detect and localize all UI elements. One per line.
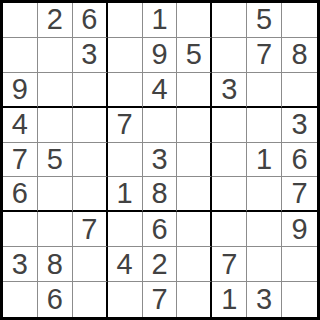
cell-r1c6[interactable] — [177, 3, 212, 38]
cell-r9c3[interactable] — [73, 282, 108, 317]
cell-r6c8[interactable] — [247, 177, 282, 212]
cell-r9c1[interactable] — [3, 282, 38, 317]
cell-r9c9[interactable] — [282, 282, 317, 317]
cell-r5c6[interactable] — [177, 143, 212, 178]
cell-r6c2[interactable] — [38, 177, 73, 212]
cell-r4c9[interactable]: 3 — [282, 108, 317, 143]
cell-r4c3[interactable] — [73, 108, 108, 143]
cell-r2c7[interactable] — [212, 38, 247, 73]
cell-r7c8[interactable] — [247, 212, 282, 247]
cell-r3c3[interactable] — [73, 73, 108, 108]
cell-r9c4[interactable] — [108, 282, 143, 317]
cell-r3c7[interactable]: 3 — [212, 73, 247, 108]
cell-r9c8[interactable]: 3 — [247, 282, 282, 317]
cell-r7c5[interactable]: 6 — [143, 212, 178, 247]
cell-r6c4[interactable]: 1 — [108, 177, 143, 212]
cell-r5c8[interactable]: 1 — [247, 143, 282, 178]
sudoku-board: 261539578943473753166187769384276713 — [0, 0, 320, 320]
cell-r4c7[interactable] — [212, 108, 247, 143]
cell-r1c4[interactable] — [108, 3, 143, 38]
cell-r8c5[interactable]: 2 — [143, 247, 178, 282]
cell-r5c4[interactable] — [108, 143, 143, 178]
cell-r7c7[interactable] — [212, 212, 247, 247]
cell-r7c3[interactable]: 7 — [73, 212, 108, 247]
cell-r9c6[interactable] — [177, 282, 212, 317]
cell-r1c2[interactable]: 2 — [38, 3, 73, 38]
cell-r3c4[interactable] — [108, 73, 143, 108]
cell-r7c9[interactable]: 9 — [282, 212, 317, 247]
cell-r3c6[interactable] — [177, 73, 212, 108]
cell-r8c9[interactable] — [282, 247, 317, 282]
cell-r1c1[interactable] — [3, 3, 38, 38]
cell-r2c9[interactable]: 8 — [282, 38, 317, 73]
cell-r6c1[interactable]: 6 — [3, 177, 38, 212]
cell-r9c2[interactable]: 6 — [38, 282, 73, 317]
cell-r4c4[interactable]: 7 — [108, 108, 143, 143]
cell-r9c7[interactable]: 1 — [212, 282, 247, 317]
cell-r2c6[interactable]: 5 — [177, 38, 212, 73]
cell-r7c6[interactable] — [177, 212, 212, 247]
cell-r9c5[interactable]: 7 — [143, 282, 178, 317]
cell-r2c4[interactable] — [108, 38, 143, 73]
cell-r3c5[interactable]: 4 — [143, 73, 178, 108]
cell-r3c8[interactable] — [247, 73, 282, 108]
cell-r1c3[interactable]: 6 — [73, 3, 108, 38]
cell-r1c9[interactable] — [282, 3, 317, 38]
cell-r5c1[interactable]: 7 — [3, 143, 38, 178]
cell-r8c2[interactable]: 8 — [38, 247, 73, 282]
cell-r3c9[interactable] — [282, 73, 317, 108]
cell-r2c5[interactable]: 9 — [143, 38, 178, 73]
cell-r6c3[interactable] — [73, 177, 108, 212]
cell-r4c1[interactable]: 4 — [3, 108, 38, 143]
cell-r6c6[interactable] — [177, 177, 212, 212]
cell-r1c7[interactable] — [212, 3, 247, 38]
cell-r4c6[interactable] — [177, 108, 212, 143]
cell-r8c6[interactable] — [177, 247, 212, 282]
cell-r4c8[interactable] — [247, 108, 282, 143]
cell-r8c1[interactable]: 3 — [3, 247, 38, 282]
cell-r2c1[interactable] — [3, 38, 38, 73]
cell-r8c3[interactable] — [73, 247, 108, 282]
cell-r5c7[interactable] — [212, 143, 247, 178]
cell-r8c7[interactable]: 7 — [212, 247, 247, 282]
cell-r5c9[interactable]: 6 — [282, 143, 317, 178]
cell-r5c3[interactable] — [73, 143, 108, 178]
cell-r2c8[interactable]: 7 — [247, 38, 282, 73]
cell-r8c8[interactable] — [247, 247, 282, 282]
cell-r2c3[interactable]: 3 — [73, 38, 108, 73]
cell-r7c4[interactable] — [108, 212, 143, 247]
cell-r6c7[interactable] — [212, 177, 247, 212]
cell-r2c2[interactable] — [38, 38, 73, 73]
cell-r3c2[interactable] — [38, 73, 73, 108]
cell-r6c9[interactable]: 7 — [282, 177, 317, 212]
cell-r5c5[interactable]: 3 — [143, 143, 178, 178]
cell-r1c8[interactable]: 5 — [247, 3, 282, 38]
cell-r7c2[interactable] — [38, 212, 73, 247]
cell-r5c2[interactable]: 5 — [38, 143, 73, 178]
cell-r4c5[interactable] — [143, 108, 178, 143]
cell-r1c5[interactable]: 1 — [143, 3, 178, 38]
cell-r3c1[interactable]: 9 — [3, 73, 38, 108]
cell-r8c4[interactable]: 4 — [108, 247, 143, 282]
cell-r4c2[interactable] — [38, 108, 73, 143]
cell-r7c1[interactable] — [3, 212, 38, 247]
cell-r6c5[interactable]: 8 — [143, 177, 178, 212]
